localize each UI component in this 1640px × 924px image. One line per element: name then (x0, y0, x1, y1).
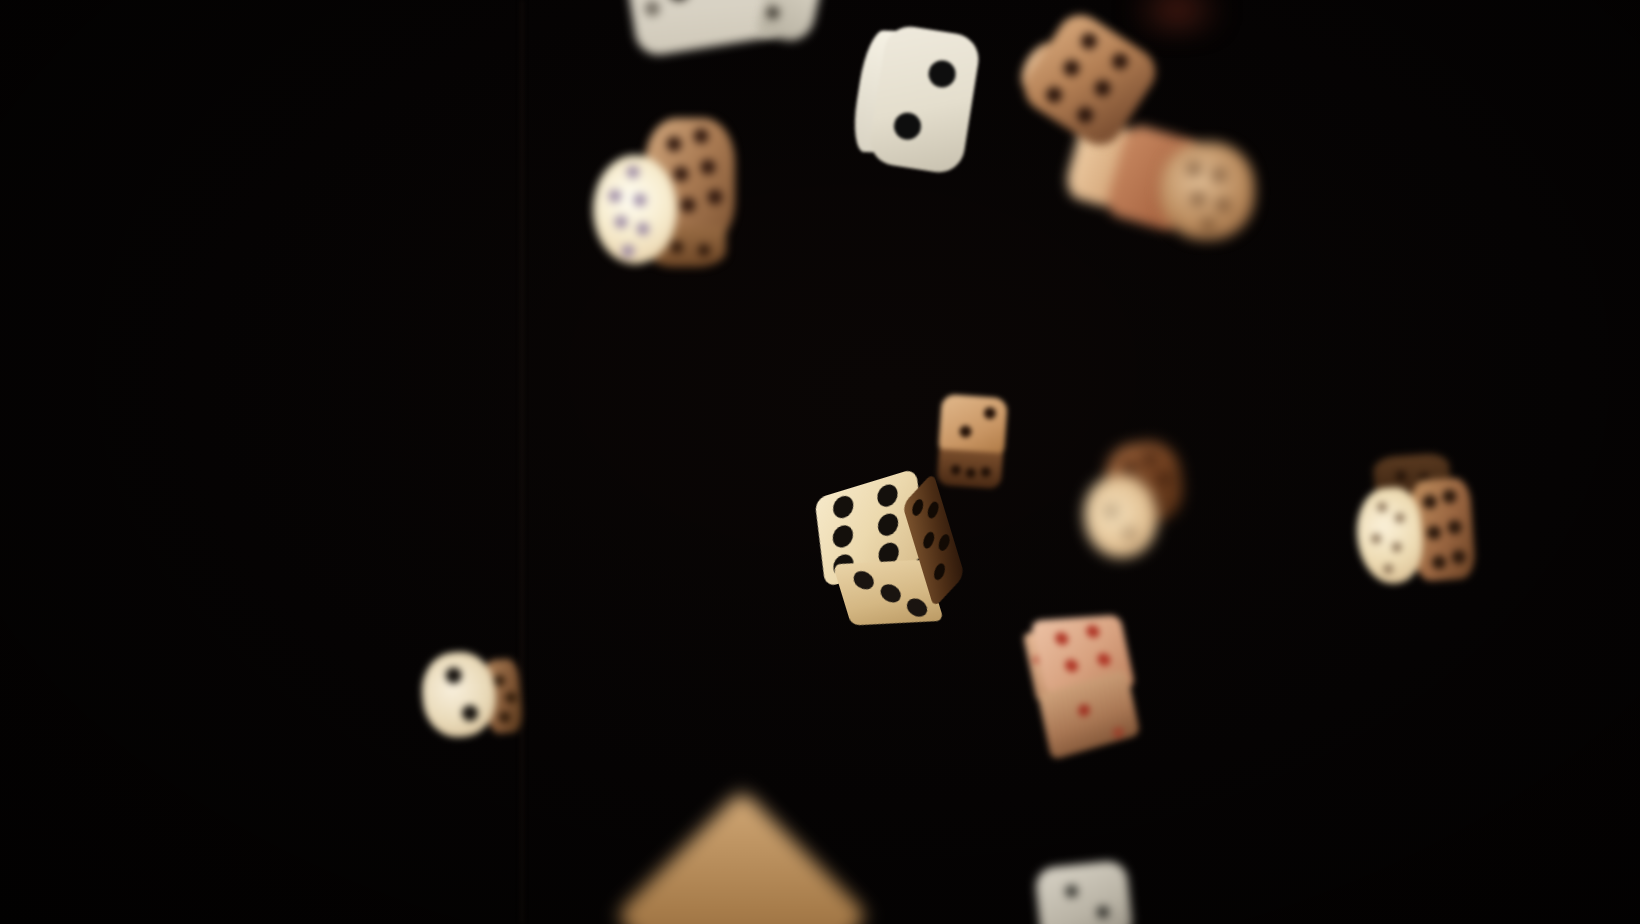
die-red-pips (1021, 605, 1151, 758)
die-pip (1122, 461, 1137, 476)
die-left-two-face-1 (419, 649, 499, 740)
die-pip (933, 560, 947, 583)
die-pip (1383, 564, 1394, 575)
die-pip (1371, 534, 1382, 545)
die-pip (1097, 905, 1110, 918)
die-pip (1156, 471, 1171, 486)
die-wood-two-small-center (933, 390, 1011, 490)
die-blurred-corner-bottom-face-0 (615, 789, 870, 924)
die-pip (615, 216, 628, 229)
die-wood-right-face-2 (1354, 486, 1426, 586)
die-pip (1112, 726, 1125, 740)
die-pip (921, 529, 935, 552)
die-pip (627, 166, 640, 179)
die-pip (1044, 84, 1066, 106)
die-faint-blur-top-right (1118, 0, 1236, 34)
die-pip (966, 467, 977, 478)
die-white-bottom-edge-face-0 (1034, 859, 1134, 924)
die-pip (1452, 550, 1467, 565)
die-pip (877, 510, 900, 537)
die-pip (959, 425, 972, 438)
die-pip (637, 222, 650, 235)
die-pip (666, 136, 681, 151)
die-pip (693, 128, 708, 143)
die-pip (904, 598, 929, 617)
die-pip (445, 667, 462, 684)
die-top-partial-white-corner (756, 0, 822, 45)
die-pip (667, 0, 691, 2)
die-pip (622, 244, 635, 257)
die-pip (644, 0, 661, 17)
die-pip (927, 58, 958, 89)
die-pip (1096, 652, 1112, 666)
die-pip (1109, 51, 1131, 73)
die-blurred-corner-bottom (615, 789, 870, 924)
die-pip (1061, 57, 1083, 79)
die-pip (1077, 703, 1091, 718)
die-pip (1065, 884, 1078, 897)
die-pip (1188, 163, 1200, 175)
die-white-two (848, 20, 982, 176)
die-pip (832, 522, 855, 549)
die-hero-center (796, 461, 973, 642)
die-pip (1391, 542, 1402, 553)
die-white-two-face-1 (867, 23, 982, 176)
die-pip (1395, 470, 1407, 482)
die-pip (499, 711, 511, 723)
die-top-partial-white-corner-face-0 (756, 0, 822, 45)
die-pip (1447, 519, 1462, 534)
die-pip (1427, 525, 1442, 540)
die-pip (878, 584, 903, 603)
die-pip (1074, 104, 1096, 126)
die-pip (892, 111, 923, 142)
die-left-two (418, 640, 524, 740)
die-pip (1213, 169, 1225, 181)
photo-stage (0, 0, 1640, 924)
die-pip (671, 241, 683, 253)
die-pip (1123, 527, 1135, 539)
die-pip (1202, 218, 1214, 230)
die-pip (1142, 452, 1157, 467)
die-wood-mid-right-blur (1075, 437, 1192, 562)
die-wood-small-far-right-top (1160, 142, 1255, 240)
die-pip (1431, 555, 1446, 570)
die-pip (1078, 31, 1100, 53)
die-pip (1105, 505, 1117, 517)
die-wood-two-small-center-face-1 (937, 449, 1003, 489)
die-pip (1217, 199, 1229, 211)
die-pip (1092, 77, 1114, 99)
die-pip (937, 531, 951, 554)
die-pip (701, 159, 716, 174)
die-pip (674, 167, 689, 182)
die-white-bottom-edge (1034, 859, 1134, 924)
die-wood-six-six-face-2 (593, 155, 677, 264)
die-pip (505, 691, 517, 703)
die-pip (1442, 489, 1457, 504)
die-pip (493, 675, 505, 687)
background-seam (520, 0, 524, 924)
die-pip (1064, 659, 1080, 673)
die-pip (633, 194, 646, 207)
die-pip (951, 464, 962, 475)
die-pip (983, 407, 996, 420)
die-pip (926, 499, 940, 522)
die-pip (698, 244, 710, 256)
die-pip (681, 197, 696, 212)
die-pip (765, 5, 780, 20)
die-wood-small-far-right-top-face-0 (1160, 142, 1255, 240)
die-pip (851, 570, 876, 589)
die-pip (1422, 495, 1437, 510)
die-pip (461, 705, 478, 722)
die-pip (1054, 631, 1070, 645)
die-pip (608, 190, 621, 203)
die-pip (1377, 502, 1388, 513)
die-wood-right (1352, 451, 1477, 589)
die-wood-six-six (590, 115, 735, 267)
die-pip (1192, 193, 1204, 205)
die-pip (910, 497, 924, 520)
die-pip (1395, 513, 1406, 524)
die-pip (877, 481, 900, 508)
die-pip (708, 190, 723, 205)
die-faint-blur-top-right-face-0 (1118, 0, 1236, 34)
die-pip (1085, 624, 1101, 638)
die-pip (832, 493, 855, 520)
die-pip (981, 466, 992, 477)
